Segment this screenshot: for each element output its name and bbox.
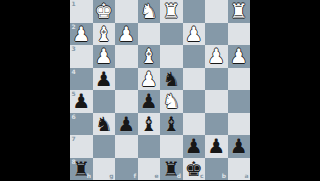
square-d2[interactable] [160, 23, 183, 46]
square-e3[interactable]: ♝ [138, 45, 161, 68]
black-bishop[interactable]: ♝ [162, 113, 180, 135]
square-a3[interactable]: ♟ [228, 45, 251, 68]
square-b6[interactable] [205, 113, 228, 136]
square-h2[interactable]: ♟2 [70, 23, 93, 46]
square-a8[interactable]: a [228, 158, 251, 181]
rank-label-2: 2 [72, 24, 76, 30]
black-pawn[interactable]: ♟ [95, 68, 113, 90]
black-pawn[interactable]: ♟ [207, 135, 225, 157]
square-h6[interactable]: 6 [70, 113, 93, 136]
rank-label-8: 8 [72, 159, 76, 165]
square-b8[interactable]: b [205, 158, 228, 181]
rank-label-4: 4 [72, 69, 76, 75]
square-c2[interactable]: ♟ [183, 23, 206, 46]
file-label-f: f [133, 173, 136, 179]
square-b3[interactable]: ♟ [205, 45, 228, 68]
letterbox-right [250, 0, 320, 180]
rank-label-3: 3 [72, 46, 76, 52]
file-label-b: b [222, 173, 226, 179]
white-pawn[interactable]: ♟ [230, 45, 248, 67]
file-label-c: c [200, 173, 204, 179]
file-label-a: a [244, 173, 248, 179]
black-pawn[interactable]: ♟ [140, 90, 158, 112]
square-c8[interactable]: ♚c [183, 158, 206, 181]
square-d4[interactable]: ♞ [160, 68, 183, 91]
square-e8[interactable]: e [138, 158, 161, 181]
white-knight[interactable]: ♞ [140, 0, 158, 22]
rank-label-1: 1 [72, 1, 76, 7]
white-rook[interactable]: ♜ [230, 0, 248, 22]
square-d7[interactable] [160, 135, 183, 158]
white-pawn[interactable]: ♟ [117, 23, 135, 45]
square-h3[interactable]: 3 [70, 45, 93, 68]
letterbox-left [0, 0, 70, 180]
square-b7[interactable]: ♟ [205, 135, 228, 158]
white-rook[interactable]: ♜ [162, 0, 180, 22]
file-label-h: h [87, 173, 91, 179]
white-bishop[interactable]: ♝ [140, 45, 158, 67]
square-d5[interactable]: ♞ [160, 90, 183, 113]
square-b2[interactable] [205, 23, 228, 46]
rank-label-6: 6 [72, 114, 76, 120]
square-g8[interactable]: g [93, 158, 116, 181]
screen: 1♚♞♜♜♟2♝♟♟3♟♝♟♟4♟♟♞♟5♟♞6♞♟♝♝7♟♟♟♜8hgfe♜d… [0, 0, 320, 180]
square-b4[interactable] [205, 68, 228, 91]
square-c5[interactable] [183, 90, 206, 113]
square-e5[interactable]: ♟ [138, 90, 161, 113]
square-c1[interactable] [183, 0, 206, 23]
file-label-g: g [109, 173, 113, 179]
square-a6[interactable] [228, 113, 251, 136]
square-h4[interactable]: 4 [70, 68, 93, 91]
square-f1[interactable] [115, 0, 138, 23]
chess-board[interactable]: 1♚♞♜♜♟2♝♟♟3♟♝♟♟4♟♟♞♟5♟♞6♞♟♝♝7♟♟♟♜8hgfe♜d… [70, 0, 250, 180]
square-a2[interactable] [228, 23, 251, 46]
square-e6[interactable]: ♝ [138, 113, 161, 136]
square-f6[interactable]: ♟ [115, 113, 138, 136]
square-d6[interactable]: ♝ [160, 113, 183, 136]
square-g2[interactable]: ♝ [93, 23, 116, 46]
square-h8[interactable]: ♜8h [70, 158, 93, 181]
square-h1[interactable]: 1 [70, 0, 93, 23]
black-pawn[interactable]: ♟ [185, 135, 203, 157]
square-a4[interactable] [228, 68, 251, 91]
square-f5[interactable] [115, 90, 138, 113]
black-pawn[interactable]: ♟ [230, 135, 248, 157]
square-g4[interactable]: ♟ [93, 68, 116, 91]
square-e7[interactable] [138, 135, 161, 158]
square-f3[interactable] [115, 45, 138, 68]
square-b1[interactable] [205, 0, 228, 23]
square-d1[interactable]: ♜ [160, 0, 183, 23]
rank-label-7: 7 [72, 136, 76, 142]
black-knight[interactable]: ♞ [95, 113, 113, 135]
square-d8[interactable]: ♜d [160, 158, 183, 181]
square-c6[interactable] [183, 113, 206, 136]
square-a1[interactable]: ♜ [228, 0, 251, 23]
square-f8[interactable]: f [115, 158, 138, 181]
white-pawn[interactable]: ♟ [140, 68, 158, 90]
black-knight[interactable]: ♞ [162, 68, 180, 90]
square-h5[interactable]: ♟5 [70, 90, 93, 113]
white-pawn[interactable]: ♟ [185, 23, 203, 45]
square-d3[interactable] [160, 45, 183, 68]
square-b5[interactable] [205, 90, 228, 113]
square-a7[interactable]: ♟ [228, 135, 251, 158]
file-label-e: e [154, 173, 158, 179]
file-label-d: d [177, 173, 181, 179]
square-g7[interactable] [93, 135, 116, 158]
square-g5[interactable] [93, 90, 116, 113]
square-g1[interactable]: ♚ [93, 0, 116, 23]
square-h7[interactable]: 7 [70, 135, 93, 158]
square-f2[interactable]: ♟ [115, 23, 138, 46]
square-f4[interactable] [115, 68, 138, 91]
square-a5[interactable] [228, 90, 251, 113]
square-e2[interactable] [138, 23, 161, 46]
white-bishop[interactable]: ♝ [95, 23, 113, 45]
white-knight[interactable]: ♞ [162, 90, 180, 112]
white-pawn[interactable]: ♟ [207, 45, 225, 67]
square-c4[interactable] [183, 68, 206, 91]
square-c3[interactable] [183, 45, 206, 68]
square-g6[interactable]: ♞ [93, 113, 116, 136]
square-e4[interactable]: ♟ [138, 68, 161, 91]
white-king[interactable]: ♚ [95, 0, 113, 22]
square-e1[interactable]: ♞ [138, 0, 161, 23]
black-pawn[interactable]: ♟ [117, 113, 135, 135]
rank-label-5: 5 [72, 91, 76, 97]
square-g3[interactable]: ♟ [93, 45, 116, 68]
black-bishop[interactable]: ♝ [140, 113, 158, 135]
square-f7[interactable] [115, 135, 138, 158]
square-c7[interactable]: ♟ [183, 135, 206, 158]
white-pawn[interactable]: ♟ [95, 45, 113, 67]
